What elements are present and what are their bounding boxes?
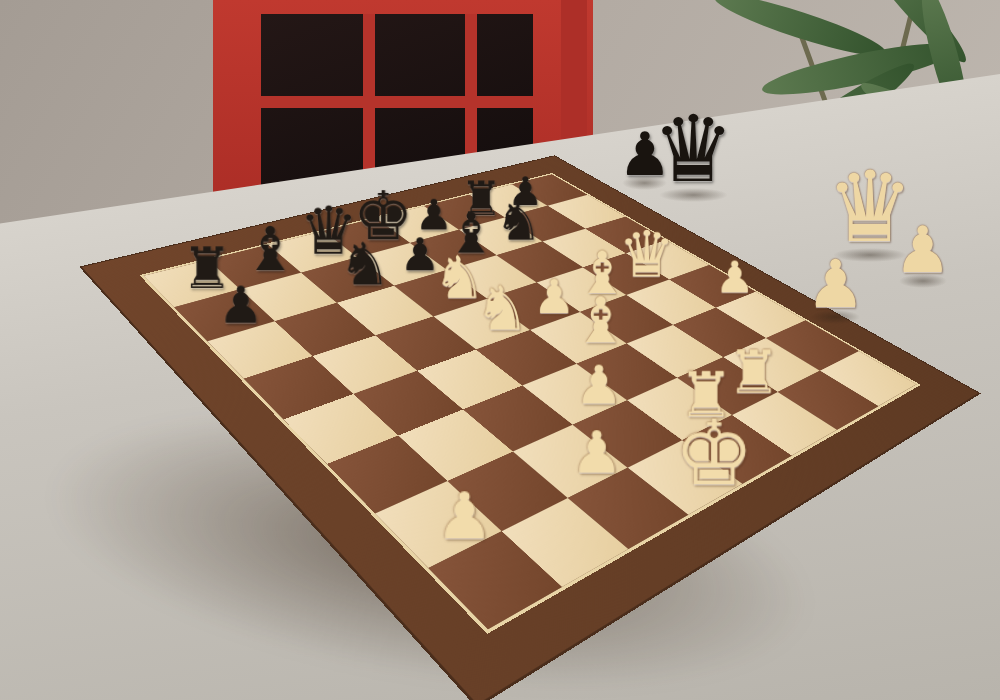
piece-white-pawn-d3[interactable]: ♟ [561,358,637,411]
piece-white-bishop-e4[interactable]: ♝ [566,289,636,352]
piece-black-knight-c7[interactable]: ♞ [331,234,399,293]
piece-white-knight-d5[interactable]: ♞ [467,277,537,338]
photo-scene: ♟♜♟♞♚♝♛♟♛♟♝♝♞♞♟♜♞♝♟♜♟♜♟♚♟ ♛ ♟ ♛ ♟ ♟ [0,0,1000,700]
piece-white-king-d1[interactable]: ♚ [672,408,756,498]
offboard-white-pawn-frame[interactable]: ♟ [806,252,865,318]
piece-black-pawn-a7[interactable]: ♟ [204,279,277,330]
cabinet-mullion [261,96,533,108]
piece-black-bishop-b8[interactable]: ♝ [236,219,304,280]
offboard-black-pawn[interactable]: ♟ [618,124,672,184]
piece-white-pawn-h4[interactable]: ♟ [703,255,766,299]
piece-white-pawn-a2[interactable]: ♟ [418,483,511,547]
offboard-white-pawn[interactable]: ♟ [894,218,951,282]
piece-white-pawn-c2[interactable]: ♟ [555,423,639,481]
